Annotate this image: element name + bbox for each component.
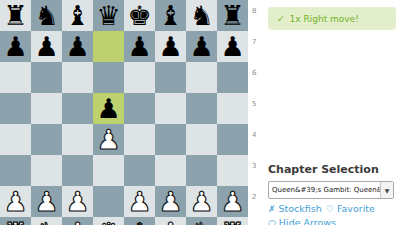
square-b8[interactable]: ♞ [31,0,62,31]
square-h7[interactable]: ♟ [217,31,248,62]
square-f7[interactable]: ♟ [155,31,186,62]
square-h3[interactable] [217,155,248,186]
square-a4[interactable] [0,124,31,155]
black-pawn-g7: ♟ [189,33,213,60]
square-a7[interactable]: ♟ [0,31,31,62]
black-rook-a8: ♜ [3,2,27,29]
square-c2[interactable]: ♟ [62,186,93,217]
square-f1[interactable]: ♝ [155,217,186,225]
black-pawn-c7: ♟ [65,33,89,60]
white-bishop-f1: ♝ [158,219,182,225]
square-b7[interactable]: ♟ [31,31,62,62]
hide-arrows-label: Hide Arrows [279,217,336,225]
square-g8[interactable]: ♞ [186,0,217,31]
square-d2[interactable] [93,186,124,217]
black-pawn-b7: ♟ [34,33,58,60]
square-d8[interactable]: ♛ [93,0,124,31]
square-a3[interactable] [0,155,31,186]
square-c1[interactable]: ♝ [62,217,93,225]
square-h8[interactable]: ♜ [217,0,248,31]
square-g4[interactable] [186,124,217,155]
square-h2[interactable]: ♟ [217,186,248,217]
square-a5[interactable] [0,93,31,124]
square-h6[interactable] [217,62,248,93]
rank-label-4: 4 [252,131,256,139]
square-c5[interactable] [62,93,93,124]
square-f5[interactable] [155,93,186,124]
square-c7[interactable]: ♟ [62,31,93,62]
square-g3[interactable] [186,155,217,186]
white-rook-h1: ♜ [220,219,244,225]
favorite-button[interactable]: ♡ Favorite [326,203,375,214]
chapter-select[interactable]: Queen&#39;s Gambit: Queen&#39;s G ▼ [268,181,394,199]
stockfish-toggle[interactable]: ✗ Stockfish [268,203,322,214]
heart-icon: ♡ [326,204,334,214]
white-pawn-d4: ♟ [96,126,120,153]
white-pawn-e2: ♟ [127,188,151,215]
rank-label-1: 1 [252,224,256,225]
black-knight-g8: ♞ [189,2,213,29]
rank-label-2: 2 [252,193,256,201]
black-pawn-a7: ♟ [3,33,27,60]
square-d3[interactable] [93,155,124,186]
white-pawn-h2: ♟ [220,188,244,215]
square-f3[interactable] [155,155,186,186]
square-c8[interactable]: ♝ [62,0,93,31]
square-e1[interactable]: ♚ [124,217,155,225]
rank-label-7: 7 [252,38,256,46]
square-a6[interactable] [0,62,31,93]
square-g2[interactable]: ♟ [186,186,217,217]
square-d4[interactable]: ♟ [93,124,124,155]
white-king-e1: ♚ [127,219,151,225]
white-pawn-b2: ♟ [34,188,58,215]
square-g6[interactable] [186,62,217,93]
chevron-down-icon[interactable]: ▼ [380,182,393,198]
white-queen-d1: ♛ [96,219,120,225]
square-f6[interactable] [155,62,186,93]
chapter-select-value: Queen&#39;s Gambit: Queen&#39;s G [269,186,380,194]
right-move-toast: ✓ 1x Right move! [268,7,396,30]
square-e4[interactable] [124,124,155,155]
white-rook-a1: ♜ [3,219,27,225]
check-icon: ✓ [277,14,285,24]
square-c4[interactable] [62,124,93,155]
white-bishop-c1: ♝ [65,219,89,225]
square-b1[interactable]: ♞ [31,217,62,225]
square-b5[interactable] [31,93,62,124]
black-queen-d8: ♛ [96,2,120,29]
square-b3[interactable] [31,155,62,186]
x-icon: ✗ [268,204,276,214]
favorite-label: Favorite [337,203,375,214]
rank-label-6: 6 [252,69,256,77]
white-pawn-a2: ♟ [3,188,27,215]
square-c6[interactable] [62,62,93,93]
square-h5[interactable] [217,93,248,124]
black-bishop-c8: ♝ [65,2,89,29]
square-b2[interactable]: ♟ [31,186,62,217]
white-knight-g1: ♞ [189,219,213,225]
black-pawn-e7: ♟ [127,33,151,60]
square-e3[interactable] [124,155,155,186]
study-page: ♜♞♝♛♚♝♞♜♟♟♟♟♟♟♟♟♟♟♟♟♟♟♟♟♜♞♝♛♚♝♞♜ 8765432… [0,0,400,225]
black-bishop-f8: ♝ [158,2,182,29]
square-a1[interactable]: ♜ [0,217,31,225]
square-h4[interactable] [217,124,248,155]
circle-icon: ○ [268,218,276,226]
square-f2[interactable]: ♟ [155,186,186,217]
square-e2[interactable]: ♟ [124,186,155,217]
white-pawn-c2: ♟ [65,188,89,215]
square-d1[interactable]: ♛ [93,217,124,225]
black-king-e8: ♚ [127,2,151,29]
square-d7[interactable] [93,31,124,62]
square-f8[interactable]: ♝ [155,0,186,31]
square-e5[interactable] [124,93,155,124]
square-a8[interactable]: ♜ [0,0,31,31]
hide-arrows-toggle[interactable]: ○ Hide Arrows [268,217,336,225]
stockfish-label: Stockfish [279,203,322,214]
chapter-selection-heading: Chapter Selection [268,163,379,176]
white-knight-b1: ♞ [34,219,58,225]
square-g5[interactable] [186,93,217,124]
square-e7[interactable]: ♟ [124,31,155,62]
rank-label-8: 8 [252,7,256,15]
square-g1[interactable]: ♞ [186,217,217,225]
square-c3[interactable] [62,155,93,186]
square-a2[interactable]: ♟ [0,186,31,217]
rank-label-3: 3 [252,162,256,170]
square-d6[interactable] [93,62,124,93]
chess-board: ♜♞♝♛♚♝♞♜♟♟♟♟♟♟♟♟♟♟♟♟♟♟♟♟♜♞♝♛♚♝♞♜ [0,0,248,225]
square-e6[interactable] [124,62,155,93]
square-f4[interactable] [155,124,186,155]
square-h1[interactable]: ♜ [217,217,248,225]
action-links: ✗ Stockfish ♡ Favorite ○ Hide Arrows [268,203,375,225]
square-b4[interactable] [31,124,62,155]
black-rook-h8: ♜ [220,2,244,29]
square-b6[interactable] [31,62,62,93]
white-pawn-f2: ♟ [158,188,182,215]
rank-label-5: 5 [252,100,256,108]
black-pawn-f7: ♟ [158,33,182,60]
black-pawn-h7: ♟ [220,33,244,60]
black-knight-b8: ♞ [34,2,58,29]
square-e8[interactable]: ♚ [124,0,155,31]
square-d5[interactable]: ♟ [93,93,124,124]
black-pawn-d5: ♟ [96,95,120,122]
square-g7[interactable]: ♟ [186,31,217,62]
white-pawn-g2: ♟ [189,188,213,215]
toast-message: 1x Right move! [290,14,359,24]
